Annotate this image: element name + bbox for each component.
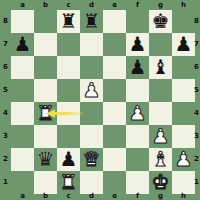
square-e1[interactable] (103, 171, 126, 194)
square-d5[interactable]: ♟ (80, 79, 103, 102)
file-label-a-bottom: a (11, 193, 34, 200)
square-h3[interactable] (172, 125, 195, 148)
square-g3[interactable]: ♟ (149, 125, 172, 148)
file-label-g-bottom: g (149, 193, 172, 200)
square-g5[interactable] (149, 79, 172, 102)
rank-label-3-left: 3 (0, 125, 11, 148)
square-b6[interactable] (34, 56, 57, 79)
square-c3[interactable] (57, 125, 80, 148)
square-g7[interactable] (149, 33, 172, 56)
black-pawn-c2[interactable]: ♟ (60, 148, 78, 171)
rank-label-8-right: 8 (193, 10, 200, 33)
square-h7[interactable]: ♟ (172, 33, 195, 56)
square-a7[interactable]: ♟ (11, 33, 34, 56)
rank-label-5-right: 5 (193, 79, 200, 102)
square-a4[interactable] (11, 102, 34, 125)
square-b1[interactable] (34, 171, 57, 194)
white-pawn-g3[interactable]: ♟ (152, 125, 170, 148)
square-g8[interactable]: ♚ (149, 10, 172, 33)
square-f4[interactable]: ♟ (126, 102, 149, 125)
white-rook-c1[interactable]: ♜ (60, 171, 78, 194)
square-a2[interactable] (11, 148, 34, 171)
square-f2[interactable] (126, 148, 149, 171)
square-b8[interactable] (34, 10, 57, 33)
black-bishop-g6[interactable]: ♝ (152, 56, 170, 79)
white-pawn-h2[interactable]: ♟ (175, 148, 193, 171)
square-c8[interactable]: ♜ (57, 10, 80, 33)
black-rook-d8[interactable]: ♜ (83, 10, 101, 33)
square-d8[interactable]: ♜ (80, 10, 103, 33)
file-label-e-top: e (103, 0, 126, 10)
square-g2[interactable]: ♝ (149, 148, 172, 171)
file-label-c-bottom: c (57, 193, 80, 200)
square-a8[interactable] (11, 10, 34, 33)
square-a1[interactable] (11, 171, 34, 194)
square-e8[interactable] (103, 10, 126, 33)
square-e7[interactable] (103, 33, 126, 56)
file-label-b-bottom: b (34, 193, 57, 200)
square-f6[interactable]: ♟ (126, 56, 149, 79)
square-a3[interactable] (11, 125, 34, 148)
square-b4[interactable]: ♜ (34, 102, 57, 125)
file-label-f-bottom: f (126, 193, 149, 200)
rank-label-3-right: 3 (193, 125, 200, 148)
white-queen-d2[interactable]: ♛ (83, 148, 101, 171)
square-d1[interactable] (80, 171, 103, 194)
file-label-f-top: f (126, 0, 149, 10)
square-h2[interactable]: ♟ (172, 148, 195, 171)
file-label-b-top: b (34, 0, 57, 10)
square-d4[interactable] (80, 102, 103, 125)
black-pawn-a7[interactable]: ♟ (14, 33, 32, 56)
chessboard: ♜♜♚♟♟♟♟♝♟♜♟♟♛♟♛♝♟♜♚ (11, 10, 195, 194)
file-label-e-bottom: e (103, 193, 126, 200)
rank-label-4-left: 4 (0, 102, 11, 125)
rank-label-6-left: 6 (0, 56, 11, 79)
square-d7[interactable] (80, 33, 103, 56)
square-e5[interactable] (103, 79, 126, 102)
white-pawn-f4[interactable]: ♟ (129, 102, 147, 125)
square-c6[interactable] (57, 56, 80, 79)
square-h8[interactable] (172, 10, 195, 33)
square-h4[interactable] (172, 102, 195, 125)
square-e2[interactable] (103, 148, 126, 171)
square-g6[interactable]: ♝ (149, 56, 172, 79)
square-f3[interactable] (126, 125, 149, 148)
square-b7[interactable] (34, 33, 57, 56)
square-a5[interactable] (11, 79, 34, 102)
square-g4[interactable] (149, 102, 172, 125)
square-b2[interactable]: ♛ (34, 148, 57, 171)
square-d6[interactable] (80, 56, 103, 79)
black-pawn-f6[interactable]: ♟ (129, 56, 147, 79)
square-h5[interactable] (172, 79, 195, 102)
square-c4[interactable] (57, 102, 80, 125)
square-c2[interactable]: ♟ (57, 148, 80, 171)
black-king-g8[interactable]: ♚ (152, 10, 170, 33)
rank-label-1-left: 1 (0, 171, 11, 194)
square-f8[interactable] (126, 10, 149, 33)
chessboard-widget: ♜♜♚♟♟♟♟♝♟♜♟♟♛♟♛♝♟♜♚ aabbccddeeffgghh8877… (0, 0, 200, 200)
black-pawn-f7[interactable]: ♟ (129, 33, 147, 56)
square-h6[interactable] (172, 56, 195, 79)
rank-label-7-right: 7 (193, 33, 200, 56)
square-e3[interactable] (103, 125, 126, 148)
square-b3[interactable] (34, 125, 57, 148)
square-c1[interactable]: ♜ (57, 171, 80, 194)
square-f5[interactable] (126, 79, 149, 102)
square-a6[interactable] (11, 56, 34, 79)
rank-label-1-right: 1 (193, 171, 200, 194)
square-d2[interactable]: ♛ (80, 148, 103, 171)
black-pawn-h7[interactable]: ♟ (175, 33, 193, 56)
square-c5[interactable] (57, 79, 80, 102)
file-label-d-bottom: d (80, 193, 103, 200)
rank-label-2-right: 2 (193, 148, 200, 171)
rank-label-2-left: 2 (0, 148, 11, 171)
square-b5[interactable] (34, 79, 57, 102)
square-e6[interactable] (103, 56, 126, 79)
rank-label-7-left: 7 (0, 33, 11, 56)
square-d3[interactable] (80, 125, 103, 148)
file-label-h-top: h (172, 0, 195, 10)
rank-label-6-right: 6 (193, 56, 200, 79)
rank-label-4-right: 4 (193, 102, 200, 125)
white-pawn-d5[interactable]: ♟ (83, 79, 101, 102)
white-bishop-g2[interactable]: ♝ (152, 148, 170, 171)
square-e4[interactable] (103, 102, 126, 125)
square-f1[interactable] (126, 171, 149, 194)
white-king-g1[interactable]: ♚ (152, 171, 170, 194)
black-queen-b2[interactable]: ♛ (37, 148, 55, 171)
file-label-h-bottom: h (172, 193, 195, 200)
file-label-a-top: a (11, 0, 34, 10)
black-rook-c8[interactable]: ♜ (60, 10, 78, 33)
square-h1[interactable] (172, 171, 195, 194)
square-f7[interactable]: ♟ (126, 33, 149, 56)
rank-label-5-left: 5 (0, 79, 11, 102)
square-g1[interactable]: ♚ (149, 171, 172, 194)
white-rook-b4[interactable]: ♜ (37, 102, 55, 125)
square-c7[interactable] (57, 33, 80, 56)
rank-label-8-left: 8 (0, 10, 11, 33)
